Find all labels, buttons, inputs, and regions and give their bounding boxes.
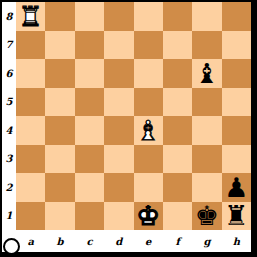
- piece-black-king: ♚: [192, 202, 221, 231]
- square-d7[interactable]: [104, 31, 133, 60]
- file-label-c: c: [75, 230, 104, 252]
- square-g5[interactable]: [192, 88, 221, 117]
- square-a6[interactable]: [16, 59, 45, 88]
- square-h2[interactable]: ♟: [222, 173, 251, 202]
- square-b5[interactable]: [45, 88, 74, 117]
- square-c3[interactable]: [75, 145, 104, 174]
- file-label-e: e: [134, 230, 163, 252]
- rank-label-6: 6: [2, 59, 16, 88]
- file-label-b: b: [45, 230, 74, 252]
- square-c4[interactable]: [75, 116, 104, 145]
- rank-label-8: 8: [2, 2, 16, 31]
- square-f8[interactable]: [163, 2, 192, 31]
- square-f4[interactable]: [163, 116, 192, 145]
- board: ♜♖♝♝♗♟♚♔♚♜: [16, 2, 251, 230]
- file-label-f: f: [163, 230, 192, 252]
- piece-black-rook: ♜: [222, 202, 251, 231]
- square-h1[interactable]: ♜: [222, 202, 251, 231]
- square-h8[interactable]: [222, 2, 251, 31]
- square-b2[interactable]: [45, 173, 74, 202]
- piece-white-rook: ♜: [16, 2, 45, 31]
- square-g4[interactable]: [192, 116, 221, 145]
- rank-label-3: 3: [2, 145, 16, 174]
- square-e4[interactable]: ♝♗: [134, 116, 163, 145]
- piece-black-pawn: ♟: [222, 173, 251, 202]
- file-label-h: h: [222, 230, 251, 252]
- square-a3[interactable]: [16, 145, 45, 174]
- piece-white-bishop: ♝: [134, 116, 163, 145]
- rank-label-1: 1: [2, 202, 16, 231]
- square-c1[interactable]: [75, 202, 104, 231]
- square-f6[interactable]: [163, 59, 192, 88]
- file-label-a: a: [16, 230, 45, 252]
- rank-label-7: 7: [2, 31, 16, 60]
- square-b7[interactable]: [45, 31, 74, 60]
- file-label-d: d: [104, 230, 133, 252]
- chess-diagram: ♜♖♝♝♗♟♚♔♚♜ 87654321 abcdefgh: [0, 0, 257, 257]
- file-label-g: g: [192, 230, 221, 252]
- piece-white-king: ♚: [134, 202, 163, 231]
- square-d3[interactable]: [104, 145, 133, 174]
- square-d6[interactable]: [104, 59, 133, 88]
- square-a2[interactable]: [16, 173, 45, 202]
- side-to-move-indicator: [3, 238, 20, 255]
- square-e3[interactable]: [134, 145, 163, 174]
- square-b3[interactable]: [45, 145, 74, 174]
- piece-black-bishop: ♝: [192, 59, 221, 88]
- square-a5[interactable]: [16, 88, 45, 117]
- square-g7[interactable]: [192, 31, 221, 60]
- piece-white-rook-outline: ♖: [16, 2, 45, 31]
- square-c5[interactable]: [75, 88, 104, 117]
- square-e5[interactable]: [134, 88, 163, 117]
- square-b6[interactable]: [45, 59, 74, 88]
- square-f7[interactable]: [163, 31, 192, 60]
- square-d8[interactable]: [104, 2, 133, 31]
- square-d4[interactable]: [104, 116, 133, 145]
- square-h4[interactable]: [222, 116, 251, 145]
- square-c8[interactable]: [75, 2, 104, 31]
- square-d1[interactable]: [104, 202, 133, 231]
- square-g3[interactable]: [192, 145, 221, 174]
- square-b1[interactable]: [45, 202, 74, 231]
- square-h7[interactable]: [222, 31, 251, 60]
- square-e8[interactable]: [134, 2, 163, 31]
- square-e7[interactable]: [134, 31, 163, 60]
- square-e2[interactable]: [134, 173, 163, 202]
- square-c6[interactable]: [75, 59, 104, 88]
- square-a4[interactable]: [16, 116, 45, 145]
- square-g6[interactable]: ♝: [192, 59, 221, 88]
- square-d5[interactable]: [104, 88, 133, 117]
- square-e1[interactable]: ♚♔: [134, 202, 163, 231]
- square-g8[interactable]: [192, 2, 221, 31]
- square-h5[interactable]: [222, 88, 251, 117]
- piece-white-bishop-outline: ♗: [134, 116, 163, 145]
- rank-label-5: 5: [2, 88, 16, 117]
- square-a7[interactable]: [16, 31, 45, 60]
- file-labels: abcdefgh: [16, 230, 251, 252]
- piece-white-king-outline: ♔: [134, 202, 163, 231]
- square-f1[interactable]: [163, 202, 192, 231]
- square-f2[interactable]: [163, 173, 192, 202]
- square-c7[interactable]: [75, 31, 104, 60]
- square-f5[interactable]: [163, 88, 192, 117]
- square-e6[interactable]: [134, 59, 163, 88]
- square-h3[interactable]: [222, 145, 251, 174]
- square-b8[interactable]: [45, 2, 74, 31]
- square-g2[interactable]: [192, 173, 221, 202]
- square-g1[interactable]: ♚: [192, 202, 221, 231]
- square-a1[interactable]: [16, 202, 45, 231]
- square-c2[interactable]: [75, 173, 104, 202]
- square-d2[interactable]: [104, 173, 133, 202]
- square-b4[interactable]: [45, 116, 74, 145]
- rank-label-2: 2: [2, 173, 16, 202]
- square-a8[interactable]: ♜♖: [16, 2, 45, 31]
- square-f3[interactable]: [163, 145, 192, 174]
- square-h6[interactable]: [222, 59, 251, 88]
- rank-labels: 87654321: [2, 2, 16, 230]
- rank-label-4: 4: [2, 116, 16, 145]
